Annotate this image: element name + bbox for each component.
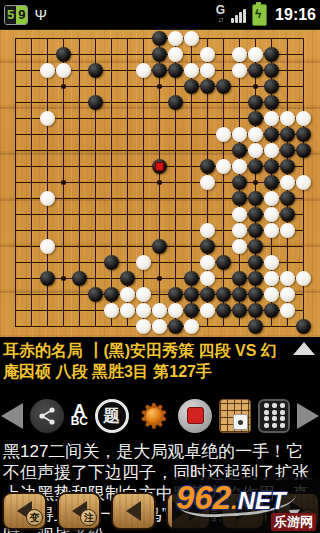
white-stone [280,223,295,238]
abc-letters-icon[interactable]: ABC [71,405,88,427]
black-stone [152,63,167,78]
white-stone [104,303,119,318]
black-stone [200,79,215,94]
black-stone [232,287,247,302]
white-stone [40,111,55,126]
black-stone [232,271,247,286]
white-stone [200,175,215,190]
white-stone [248,143,263,158]
white-stone [136,255,151,270]
star-point [157,84,162,89]
black-stone [232,143,247,158]
black-stone [216,255,231,270]
watermark: 962.NET 乐游网 [172,477,320,533]
white-stone [264,111,279,126]
white-stone [264,255,279,270]
black-stone [248,191,263,206]
black-stone [264,175,279,190]
star-point [61,276,66,281]
black-stone [232,175,247,190]
white-stone [120,287,135,302]
black-stone [264,303,279,318]
next-game-arrow-icon[interactable] [297,403,319,429]
star-point [61,180,66,185]
black-stone [184,287,199,302]
black-stone [200,287,215,302]
black-stone [72,271,87,286]
white-stone [296,175,311,190]
game-info-bar: 耳赤的名局 ┃(黑)安田秀策 四段 VS 幻庵因硕 八段 黑胜3目 第127手 [0,337,320,394]
white-stone [168,303,183,318]
black-stone [216,303,231,318]
button-badge: 注 [80,509,97,526]
white-stone [296,271,311,286]
watermark-logo: 962.NET [176,479,286,517]
white-stone [136,63,151,78]
black-stone [280,127,295,142]
black-stone [168,63,183,78]
black-stone [168,287,183,302]
white-stone [280,271,295,286]
white-stone [264,191,279,206]
button-badge: 变 [26,509,43,526]
white-stone [152,319,167,334]
white-stone [264,223,279,238]
white-stone [56,63,71,78]
keypad-icon[interactable] [258,399,290,433]
white-stone [232,63,247,78]
white-stone [200,255,215,270]
star-point [157,180,162,185]
black-stone [280,159,295,174]
black-stone [296,127,311,142]
battery-icon: ϟ [252,4,267,26]
black-stone [264,159,279,174]
black-stone [200,239,215,254]
white-stone [248,47,263,62]
record-stop-icon[interactable] [178,399,212,433]
white-stone [168,31,183,46]
black-stone [248,111,263,126]
black-stone [216,79,231,94]
black-stone [248,287,263,302]
black-stone [88,63,103,78]
black-stone [40,271,55,286]
black-stone [264,63,279,78]
black-stone [296,319,311,334]
black-stone [168,95,183,110]
black-stone [264,47,279,62]
black-stone [88,287,103,302]
white-stone [136,319,151,334]
game-title: 耳赤的名局 ┃(黑)安田秀策 四段 VS 幻庵因硕 八段 黑胜3目 第127手 [3,340,290,382]
white-stone [184,31,199,46]
black-stone [216,287,231,302]
white-stone [136,303,151,318]
board-diagram-icon[interactable] [219,399,251,433]
black-stone [168,319,183,334]
white-stone [296,111,311,126]
white-stone [264,271,279,286]
white-stone [200,47,215,62]
last-move-red-mark [155,162,164,171]
star-point [61,84,66,89]
black-stone [104,255,119,270]
annotation-back-button[interactable]: 注 [57,492,102,530]
watermark-site-name: 乐游网 [271,513,316,531]
grid-line-v [175,38,176,327]
black-stone [232,303,247,318]
white-stone [184,319,199,334]
star-point [157,276,162,281]
white-stone [216,127,231,142]
white-stone [184,63,199,78]
signal-strength-icon [231,7,246,23]
prev-game-arrow-icon[interactable] [1,403,23,429]
white-stone [280,175,295,190]
black-stone [264,79,279,94]
prev-move-button[interactable] [111,492,156,530]
white-stone [264,287,279,302]
white-stone [200,271,215,286]
black-stone [152,239,167,254]
black-stone [248,271,263,286]
black-stone [280,191,295,206]
black-stone [184,79,199,94]
white-stone [216,159,231,174]
black-stone [200,159,215,174]
black-stone [248,207,263,222]
white-stone [248,127,263,142]
white-stone [232,159,247,174]
white-stone [168,47,183,62]
white-stone [40,239,55,254]
black-stone [264,95,279,110]
white-stone [280,287,295,302]
white-stone [120,303,135,318]
white-stone [40,191,55,206]
black-stone [248,255,263,270]
black-stone [152,47,167,62]
go-board[interactable] [0,30,320,337]
clock-time: 19:16 [275,6,316,24]
white-stone [232,239,247,254]
white-stone [232,223,247,238]
white-stone [280,111,295,126]
left-arrow-icon [126,501,141,521]
network-type-icon: G↓↑ [216,5,225,25]
black-stone [296,143,311,158]
black-stone [264,127,279,142]
black-stone [56,47,71,62]
black-stone [248,63,263,78]
black-stone [248,319,263,334]
black-stone [248,303,263,318]
white-stone [152,303,167,318]
black-stone [248,95,263,110]
black-stone [120,271,135,286]
app-window: 59 Ψ G↓↑ ϟ 19:16 耳赤的名局 ┃(黑)安田秀策 四段 VS 幻庵… [0,0,320,533]
collapse-triangle-icon[interactable] [293,342,315,355]
white-stone [264,207,279,222]
black-stone [152,31,167,46]
white-stone [200,223,215,238]
black-stone [280,143,295,158]
white-stone [232,207,247,222]
white-stone [136,287,151,302]
variation-back-button[interactable]: 变 [2,492,47,530]
white-stone [232,127,247,142]
black-stone [184,271,199,286]
black-stone [248,239,263,254]
settings-gear-icon[interactable]: ⚙ [136,398,172,434]
white-stone [40,63,55,78]
white-stone [200,63,215,78]
toolbar: ABC 题 ⚙ [0,394,320,437]
black-stone [184,303,199,318]
status-bar: 59 Ψ G↓↑ ϟ 19:16 [0,0,320,30]
white-stone [264,143,279,158]
white-stone [280,303,295,318]
star-point [253,180,258,185]
black-stone [104,287,119,302]
white-stone [232,47,247,62]
black-stone [232,191,247,206]
black-stone [248,223,263,238]
notification-badge-icon: 59 [4,5,28,25]
black-stone [88,95,103,110]
star-point [253,84,258,89]
usb-icon: Ψ [34,6,47,24]
black-stone [280,207,295,222]
white-stone [200,303,215,318]
problem-ti-icon[interactable]: 题 [95,399,129,433]
share-icon[interactable] [30,399,64,433]
black-stone [248,159,263,174]
